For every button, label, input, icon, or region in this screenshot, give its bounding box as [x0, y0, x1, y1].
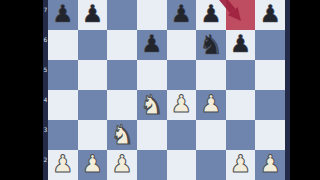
square-e6[interactable]	[167, 30, 197, 60]
square-f6[interactable]: ♞	[196, 30, 226, 60]
white-pawn[interactable]: ♟	[111, 152, 133, 176]
square-f3[interactable]	[196, 120, 226, 150]
chess-board[interactable]: ♟♟♟♟♟♟♞♟♞♟♟♞♟♟♟♟♟	[48, 0, 285, 180]
white-pawn[interactable]: ♟	[200, 92, 222, 116]
black-pawn[interactable]: ♟	[52, 2, 74, 26]
board-right-edge	[285, 0, 290, 180]
white-pawn[interactable]: ♟	[171, 92, 193, 116]
square-e4[interactable]: ♟	[167, 90, 197, 120]
square-d6[interactable]: ♟	[137, 30, 167, 60]
white-pawn[interactable]: ♟	[230, 152, 252, 176]
square-d4[interactable]: ♞	[137, 90, 167, 120]
black-pawn[interactable]: ♟	[200, 2, 222, 26]
square-e3[interactable]	[167, 120, 197, 150]
black-knight[interactable]: ♞	[199, 31, 223, 58]
square-g2[interactable]: ♟	[226, 150, 256, 180]
square-f4[interactable]: ♟	[196, 90, 226, 120]
black-pawn[interactable]: ♟	[230, 32, 252, 56]
square-e5[interactable]	[167, 60, 197, 90]
square-c2[interactable]: ♟	[107, 150, 137, 180]
square-b6[interactable]	[78, 30, 108, 60]
square-d2[interactable]	[137, 150, 167, 180]
black-pawn[interactable]: ♟	[141, 32, 163, 56]
black-pawn[interactable]: ♟	[259, 2, 281, 26]
square-g4[interactable]	[226, 90, 256, 120]
square-f7[interactable]: ♟	[196, 0, 226, 30]
square-a4[interactable]	[48, 90, 78, 120]
square-d3[interactable]	[137, 120, 167, 150]
white-knight[interactable]: ♞	[110, 121, 134, 148]
square-c5[interactable]	[107, 60, 137, 90]
square-f2[interactable]	[196, 150, 226, 180]
square-b5[interactable]	[78, 60, 108, 90]
square-h3[interactable]	[255, 120, 285, 150]
square-g7[interactable]	[226, 0, 256, 30]
square-f5[interactable]	[196, 60, 226, 90]
white-pawn[interactable]: ♟	[52, 152, 74, 176]
square-a3[interactable]	[48, 120, 78, 150]
square-a7[interactable]: ♟	[48, 0, 78, 30]
square-c4[interactable]	[107, 90, 137, 120]
square-a2[interactable]: ♟	[48, 150, 78, 180]
video-frame: 7 6 5 4 3 2 ♟♟♟♟♟♟♞♟♞♟♟♞♟♟♟♟♟	[0, 0, 320, 180]
square-g5[interactable]	[226, 60, 256, 90]
square-a6[interactable]	[48, 30, 78, 60]
square-c3[interactable]: ♞	[107, 120, 137, 150]
square-e2[interactable]	[167, 150, 197, 180]
square-d5[interactable]	[137, 60, 167, 90]
black-pawn[interactable]: ♟	[82, 2, 104, 26]
black-pawn[interactable]: ♟	[171, 2, 193, 26]
square-h2[interactable]: ♟	[255, 150, 285, 180]
square-g6[interactable]: ♟	[226, 30, 256, 60]
square-b4[interactable]	[78, 90, 108, 120]
square-c6[interactable]	[107, 30, 137, 60]
square-h5[interactable]	[255, 60, 285, 90]
square-h7[interactable]: ♟	[255, 0, 285, 30]
square-a5[interactable]	[48, 60, 78, 90]
white-pawn[interactable]: ♟	[82, 152, 104, 176]
square-h4[interactable]	[255, 90, 285, 120]
square-b2[interactable]: ♟	[78, 150, 108, 180]
square-b7[interactable]: ♟	[78, 0, 108, 30]
square-d7[interactable]	[137, 0, 167, 30]
square-e7[interactable]: ♟	[167, 0, 197, 30]
white-knight[interactable]: ♞	[140, 91, 164, 118]
square-c7[interactable]	[107, 0, 137, 30]
square-g3[interactable]	[226, 120, 256, 150]
square-b3[interactable]	[78, 120, 108, 150]
square-h6[interactable]	[255, 30, 285, 60]
white-pawn[interactable]: ♟	[259, 152, 281, 176]
